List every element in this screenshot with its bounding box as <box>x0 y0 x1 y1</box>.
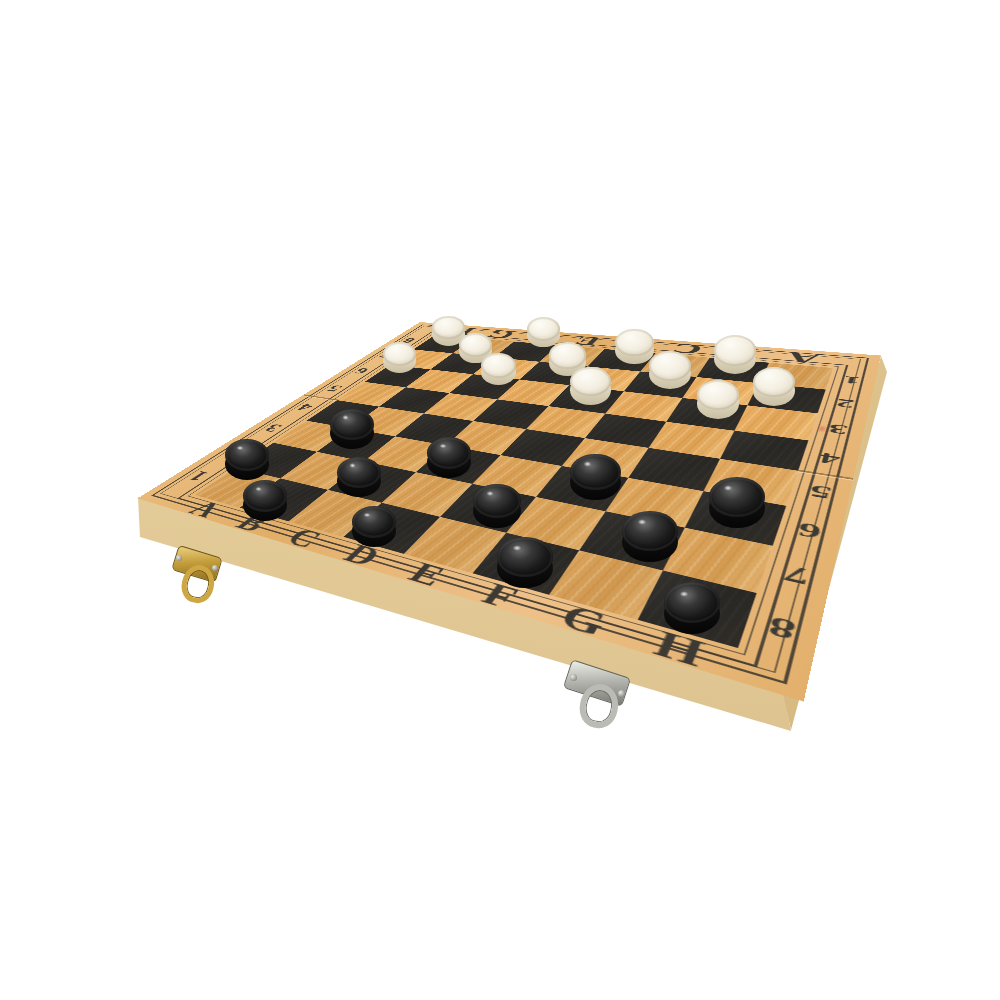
white-checker-g6[interactable] <box>697 380 739 419</box>
white-checker-g8[interactable] <box>714 335 756 374</box>
black-checker-d3[interactable] <box>427 437 471 477</box>
piece-top-face <box>549 342 585 368</box>
specular-highlight <box>341 414 351 420</box>
black-checker-f1[interactable] <box>497 537 553 588</box>
rank-label-right-7: 2 <box>834 396 856 411</box>
piece-top-face <box>527 317 560 341</box>
white-checker-a6[interactable] <box>383 342 416 372</box>
piece-top-face <box>709 477 765 517</box>
white-checker-c6[interactable] <box>481 353 516 385</box>
black-checker-b1[interactable] <box>243 480 287 520</box>
specular-highlight <box>485 490 495 497</box>
black-checker-g2[interactable] <box>622 511 678 563</box>
rank-label-right-5: 4 <box>817 449 842 469</box>
specular-highlight <box>636 518 648 526</box>
piece-top-face <box>330 409 374 441</box>
piece-top-face <box>497 537 553 577</box>
piece-top-face <box>570 454 621 491</box>
photo-stage: AHBGCFDEEDFCGBHA1827364554637281 <box>0 0 1000 1000</box>
clasp-silver <box>562 660 632 720</box>
black-checker-a2[interactable] <box>225 439 269 479</box>
piece-top-face <box>570 367 611 396</box>
white-checker-e6[interactable] <box>570 367 611 405</box>
piece-top-face <box>243 480 287 512</box>
rank-label-right-8: 1 <box>842 374 862 387</box>
piece-top-face <box>337 457 381 489</box>
piece-top-face <box>352 506 396 538</box>
specular-highlight <box>348 462 358 468</box>
black-checker-h3[interactable] <box>709 477 765 529</box>
specular-highlight <box>678 590 690 598</box>
piece-top-face <box>697 380 739 410</box>
white-checker-f7[interactable] <box>649 351 691 390</box>
black-checker-c2[interactable] <box>337 457 381 497</box>
black-checker-f3[interactable] <box>570 454 621 501</box>
specular-highlight <box>254 486 264 492</box>
white-checker-h7[interactable] <box>753 367 795 406</box>
rank-label-right-6: 3 <box>826 421 849 438</box>
specular-highlight <box>511 544 523 552</box>
piece-top-face <box>649 351 691 381</box>
black-checker-d1[interactable] <box>352 506 396 547</box>
piece-top-face <box>664 582 720 622</box>
specular-highlight <box>235 445 245 451</box>
piece-top-face <box>225 439 269 471</box>
black-checker-h1[interactable] <box>664 582 720 634</box>
piece-top-face <box>615 329 653 356</box>
specular-highlight <box>438 443 448 449</box>
clasp-gold <box>170 545 224 601</box>
black-checker-b3[interactable] <box>330 409 374 449</box>
black-checker-e2[interactable] <box>473 484 521 528</box>
piece-top-face <box>427 437 471 469</box>
piece-top-face <box>481 353 516 378</box>
piece-top-face <box>714 335 756 365</box>
specular-highlight <box>362 512 372 518</box>
specular-highlight <box>582 460 593 467</box>
white-checker-e8[interactable] <box>615 329 653 364</box>
specular-highlight <box>722 484 734 492</box>
piece-top-face <box>622 511 678 551</box>
